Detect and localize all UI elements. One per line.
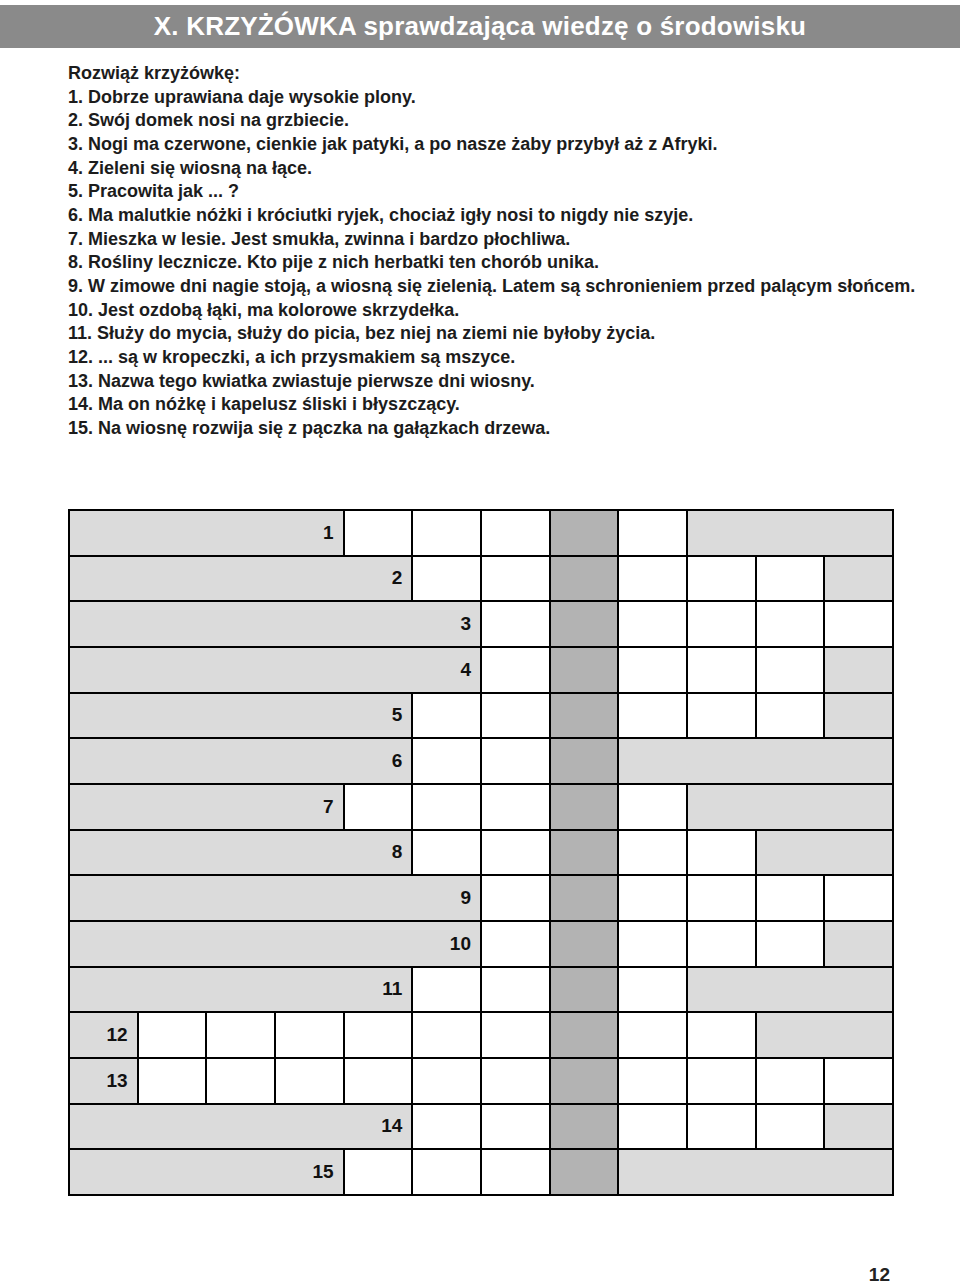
clue-number-cell: 12 — [70, 1013, 137, 1057]
clue-4: 4. Zieleni się wiosną na łące. — [68, 157, 948, 181]
clue-number-cell: 1 — [70, 511, 343, 555]
answer-cell[interactable] — [825, 602, 892, 646]
solution-column-cell[interactable] — [551, 876, 618, 920]
clue-number: 6 — [392, 750, 403, 772]
clue-number-cell: 7 — [70, 785, 343, 829]
answer-cell[interactable] — [619, 557, 686, 601]
clue-number-cell: 11 — [70, 968, 411, 1012]
answer-cell[interactable] — [482, 1013, 549, 1057]
answer-cell[interactable] — [688, 602, 755, 646]
blocked-cell — [825, 922, 892, 966]
clue-6: 6. Ma malutkie nóżki i króciutki ryjek, … — [68, 204, 948, 228]
clue-number-cell: 4 — [70, 648, 480, 692]
clue-number: 5 — [392, 704, 403, 726]
answer-cell[interactable] — [276, 1013, 343, 1057]
answer-cell[interactable] — [413, 1105, 480, 1149]
blocked-cell — [757, 1013, 892, 1057]
clue-number-cell: 8 — [70, 831, 411, 875]
clue-1: 1. Dobrze uprawiana daje wysokie plony. — [68, 86, 948, 110]
answer-cell[interactable] — [757, 602, 824, 646]
answer-cell[interactable] — [345, 1150, 412, 1194]
clue-number: 7 — [323, 796, 334, 818]
clue-12: 12. ... są w kropeczki, a ich przysmakie… — [68, 346, 948, 370]
answer-cell[interactable] — [482, 602, 549, 646]
clue-2: 2. Swój domek nosi na grzbiecie. — [68, 109, 948, 133]
clue-number-cell: 3 — [70, 602, 480, 646]
blocked-cell — [825, 648, 892, 692]
page-title-text: X. KRZYŻÓWKA sprawdzająca wiedzę o środo… — [154, 11, 806, 41]
answer-cell[interactable] — [619, 968, 686, 1012]
clue-number: 8 — [392, 841, 403, 863]
blocked-cell — [757, 831, 892, 875]
solution-column-cell[interactable] — [551, 831, 618, 875]
solution-column-cell[interactable] — [551, 1059, 618, 1103]
answer-cell[interactable] — [413, 1059, 480, 1103]
answer-cell[interactable] — [482, 1150, 549, 1194]
clue-number-cell: 15 — [70, 1150, 343, 1194]
page-number: 12 — [869, 1264, 890, 1286]
solution-column-cell[interactable] — [551, 922, 618, 966]
answer-cell[interactable] — [345, 1059, 412, 1103]
solution-column-cell[interactable] — [551, 785, 618, 829]
answer-cell[interactable] — [619, 602, 686, 646]
crossword-grid: 123456789101112131415 — [68, 509, 894, 1196]
clue-14: 14. Ma on nóżkę i kapelusz śliski i błys… — [68, 393, 948, 417]
solution-column-cell[interactable] — [551, 968, 618, 1012]
answer-cell[interactable] — [482, 648, 549, 692]
clue-8: 8. Rośliny lecznicze. Kto pije z nich he… — [68, 251, 948, 275]
answer-cell[interactable] — [413, 831, 480, 875]
clue-intro: Rozwiąż krzyżówkę: — [68, 62, 948, 86]
clue-number: 3 — [460, 613, 471, 635]
solution-column-cell[interactable] — [551, 739, 618, 783]
blocked-cell — [619, 739, 892, 783]
answer-cell[interactable] — [139, 1013, 206, 1057]
answer-cell[interactable] — [413, 739, 480, 783]
blocked-cell — [619, 1150, 892, 1194]
answer-cell[interactable] — [757, 876, 824, 920]
clue-number-cell: 10 — [70, 922, 480, 966]
answer-cell[interactable] — [619, 831, 686, 875]
clue-number: 2 — [392, 567, 403, 589]
blocked-cell — [688, 785, 892, 829]
answer-cell[interactable] — [688, 557, 755, 601]
clue-11: 11. Służy do mycia, służy do picia, bez … — [68, 322, 948, 346]
clue-number: 10 — [450, 933, 471, 955]
answer-cell[interactable] — [619, 648, 686, 692]
page-title: X. KRZYŻÓWKA sprawdzająca wiedzę o środo… — [0, 5, 960, 48]
clue-number: 9 — [460, 887, 471, 909]
answer-cell[interactable] — [345, 785, 412, 829]
answer-cell[interactable] — [688, 1059, 755, 1103]
answer-cell[interactable] — [207, 1059, 274, 1103]
clue-9: 9. W zimowe dni nagie stoją, a wiosną si… — [68, 275, 948, 299]
clue-number-cell: 9 — [70, 876, 480, 920]
blocked-cell — [825, 694, 892, 738]
answer-cell[interactable] — [619, 876, 686, 920]
answer-cell[interactable] — [482, 968, 549, 1012]
answer-cell[interactable] — [825, 876, 892, 920]
clue-5: 5. Pracowita jak ... ? — [68, 180, 948, 204]
clue-number-cell: 2 — [70, 557, 411, 601]
answer-cell[interactable] — [413, 968, 480, 1012]
solution-column-cell[interactable] — [551, 648, 618, 692]
clue-15: 15. Na wiosnę rozwija się z pączka na ga… — [68, 417, 948, 441]
clue-number-cell: 5 — [70, 694, 411, 738]
answer-cell[interactable] — [757, 557, 824, 601]
answer-cell[interactable] — [619, 694, 686, 738]
answer-cell[interactable] — [619, 1013, 686, 1057]
clue-number: 12 — [107, 1024, 128, 1046]
solution-column-cell[interactable] — [551, 602, 618, 646]
solution-column-cell[interactable] — [551, 557, 618, 601]
answer-cell[interactable] — [688, 1105, 755, 1149]
answer-cell[interactable] — [413, 1013, 480, 1057]
answer-cell[interactable] — [757, 694, 824, 738]
answer-cell[interactable] — [619, 1059, 686, 1103]
clue-number: 13 — [107, 1070, 128, 1092]
clue-number: 4 — [460, 659, 471, 681]
answer-cell[interactable] — [619, 785, 686, 829]
answer-cell[interactable] — [482, 1059, 549, 1103]
answer-cell[interactable] — [482, 694, 549, 738]
answer-cell[interactable] — [757, 1059, 824, 1103]
answer-cell[interactable] — [688, 876, 755, 920]
clue-number-cell: 6 — [70, 739, 411, 783]
clue-10: 10. Jest ozdobą łąki, ma kolorowe skrzyd… — [68, 299, 948, 323]
answer-cell[interactable] — [482, 739, 549, 783]
blocked-cell — [825, 557, 892, 601]
blocked-cell — [688, 511, 892, 555]
answer-cell[interactable] — [757, 648, 824, 692]
answer-cell[interactable] — [482, 922, 549, 966]
answer-cell[interactable] — [207, 1013, 274, 1057]
solution-column-cell[interactable] — [551, 1013, 618, 1057]
answer-cell[interactable] — [413, 785, 480, 829]
blocked-cell — [688, 968, 892, 1012]
answer-cell[interactable] — [139, 1059, 206, 1103]
answer-cell[interactable] — [825, 1059, 892, 1103]
answer-cell[interactable] — [688, 922, 755, 966]
answer-cell[interactable] — [482, 557, 549, 601]
answer-cell[interactable] — [482, 1105, 549, 1149]
blocked-cell — [825, 1105, 892, 1149]
answer-cell[interactable] — [345, 1013, 412, 1057]
solution-column-cell[interactable] — [551, 694, 618, 738]
clue-number: 11 — [382, 978, 402, 1000]
answer-cell[interactable] — [688, 831, 755, 875]
answer-cell[interactable] — [413, 694, 480, 738]
answer-cell[interactable] — [482, 831, 549, 875]
answer-cell[interactable] — [688, 694, 755, 738]
answer-cell[interactable] — [619, 1105, 686, 1149]
answer-cell[interactable] — [482, 785, 549, 829]
answer-cell[interactable] — [482, 511, 549, 555]
answer-cell[interactable] — [482, 876, 549, 920]
answer-cell[interactable] — [345, 511, 412, 555]
answer-cell[interactable] — [276, 1059, 343, 1103]
solution-column-cell[interactable] — [551, 511, 618, 555]
answer-cell[interactable] — [619, 511, 686, 555]
answer-cell[interactable] — [619, 922, 686, 966]
clue-7: 7. Mieszka w lesie. Jest smukła, zwinna … — [68, 228, 948, 252]
answer-cell[interactable] — [413, 1150, 480, 1194]
solution-column-cell[interactable] — [551, 1105, 618, 1149]
answer-cell[interactable] — [413, 511, 480, 555]
worksheet-page: X. KRZYŻÓWKA sprawdzająca wiedzę o środo… — [0, 0, 960, 1288]
clue-list: Rozwiąż krzyżówkę: 1. Dobrze uprawiana d… — [68, 62, 948, 441]
answer-cell[interactable] — [688, 1013, 755, 1057]
answer-cell[interactable] — [413, 557, 480, 601]
clue-number: 15 — [313, 1161, 334, 1183]
solution-column-cell[interactable] — [551, 1150, 618, 1194]
answer-cell[interactable] — [757, 1105, 824, 1149]
answer-cell[interactable] — [757, 922, 824, 966]
clue-3: 3. Nogi ma czerwone, cienkie jak patyki,… — [68, 133, 948, 157]
clue-number-cell: 13 — [70, 1059, 137, 1103]
clue-number: 14 — [381, 1115, 402, 1137]
answer-cell[interactable] — [688, 648, 755, 692]
clue-number-cell: 14 — [70, 1105, 411, 1149]
clue-number: 1 — [323, 522, 334, 544]
clue-13: 13. Nazwa tego kwiatka zwiastuje pierwsz… — [68, 370, 948, 394]
